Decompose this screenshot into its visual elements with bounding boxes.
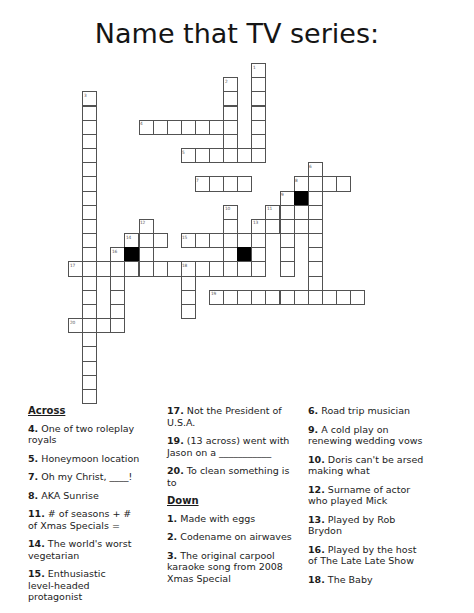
grid-cell[interactable]	[82, 233, 97, 248]
grid-cell[interactable]	[110, 318, 125, 333]
clue-text: Codename on airwaves	[177, 531, 292, 542]
grid-cell[interactable]	[308, 276, 323, 291]
cell-number: 6	[309, 164, 311, 168]
grid-cell[interactable]	[82, 332, 97, 347]
grid-cell[interactable]	[223, 106, 238, 121]
cell-number: 2	[225, 79, 227, 83]
grid-cell[interactable]	[223, 290, 238, 305]
grid-cell[interactable]	[223, 91, 238, 106]
clue-column-3: 6. Road trip musician9. A cold play on r…	[308, 405, 426, 592]
grid-cell[interactable]	[280, 219, 295, 234]
cell-number: 15	[182, 235, 187, 239]
puzzle-title: Name that TV series:	[0, 16, 474, 52]
grid-cell[interactable]	[82, 106, 97, 121]
grid-cell[interactable]	[82, 134, 97, 149]
grid-cell[interactable]	[82, 361, 97, 376]
grid-cell[interactable]	[82, 148, 97, 163]
grid-cell[interactable]	[195, 120, 210, 135]
clue-text: Road trip musician	[318, 405, 410, 416]
grid-cell[interactable]	[209, 176, 224, 191]
grid-cell[interactable]	[82, 176, 97, 191]
cell-number: 18	[182, 263, 187, 267]
cell-number: 4	[140, 121, 142, 125]
cell-number: 10	[225, 206, 230, 210]
grid-cell[interactable]	[195, 261, 210, 276]
grid-cell[interactable]	[96, 318, 111, 333]
black-cell	[294, 191, 309, 206]
clue-number: 4.	[28, 423, 38, 434]
grid-cell[interactable]	[280, 205, 295, 220]
grid-cell[interactable]	[181, 120, 196, 135]
clue-text: Not the President of U.S.A.	[167, 405, 282, 428]
clue-5: 5. Honeymoon location	[28, 453, 140, 465]
clue-9: 9. A cold play on renewing wedding vows	[308, 424, 426, 447]
clue-4: 4. One of two roleplay royals	[28, 423, 140, 446]
clue-text: (13 across) went with Jason on a _______…	[167, 435, 289, 458]
cell-number: 1	[253, 65, 255, 69]
clue-number: 6.	[308, 405, 318, 416]
clue-17: 17. Not the President of U.S.A.	[167, 405, 293, 428]
grid-cell[interactable]	[251, 91, 266, 106]
clue-text: A cold play on renewing wedding vows	[308, 424, 422, 447]
grid-cell[interactable]	[82, 290, 97, 305]
grid-cell[interactable]	[251, 233, 266, 248]
grid-cell[interactable]	[251, 120, 266, 135]
clue-11: 11. # of seasons + # of Xmas Specials =	[28, 508, 140, 531]
clue-18: 18. The Baby	[308, 574, 426, 586]
grid-cell[interactable]	[322, 176, 337, 191]
cell-number: 9	[281, 192, 283, 196]
grid-cell[interactable]	[251, 261, 266, 276]
clue-text: The Baby	[325, 574, 373, 585]
grid-cell[interactable]	[336, 290, 351, 305]
grid-cell[interactable]	[308, 233, 323, 248]
clue-column-2: 17. Not the President of U.S.A.19. (13 a…	[167, 405, 293, 591]
grid-cell[interactable]	[223, 261, 238, 276]
black-cell	[237, 247, 252, 262]
grid-cell[interactable]	[195, 148, 210, 163]
clue-12: 12. Surname of actor who played Mick	[308, 484, 426, 507]
grid-cell[interactable]	[251, 290, 266, 305]
grid-cell[interactable]	[153, 261, 168, 276]
clue-6: 6. Road trip musician	[308, 405, 426, 417]
grid-cell[interactable]	[237, 290, 252, 305]
crossword-grid: 1234567891011121314151617181920	[68, 63, 366, 404]
grid-cell[interactable]	[110, 304, 125, 319]
clue-number: 11.	[28, 508, 45, 519]
grid-cell[interactable]	[223, 176, 238, 191]
grid-cell[interactable]	[237, 176, 252, 191]
clue-number: 10.	[308, 454, 325, 465]
grid-cell[interactable]	[251, 148, 266, 163]
clue-19: 19. (13 across) went with Jason on a ___…	[167, 435, 293, 458]
cell-number: 13	[253, 220, 258, 224]
clue-number: 14.	[28, 538, 45, 549]
clue-13: 13. Played by Rob Brydon	[308, 514, 426, 537]
clue-15: 15. Enthusiastic level‑headed protagonis…	[28, 568, 140, 603]
cell-number: 11	[267, 206, 272, 210]
clue-8: 8. AKA Sunrise	[28, 490, 140, 502]
clue-number: 20.	[167, 465, 184, 476]
grid-cell[interactable]	[181, 276, 196, 291]
grid-cell[interactable]	[181, 304, 196, 319]
clue-text: One of two roleplay royals	[28, 423, 134, 446]
grid-cell[interactable]	[82, 162, 97, 177]
clue-2: 2. Codename on airwaves	[167, 531, 293, 543]
clue-20: 20. To clean something is to	[167, 465, 293, 488]
grid-cell[interactable]	[223, 233, 238, 248]
grid-cell[interactable]	[308, 261, 323, 276]
grid-cell[interactable]	[209, 233, 224, 248]
clue-3: 3. The original carpool karaoke song fro…	[167, 550, 293, 585]
clue-text: Honeymoon location	[38, 453, 139, 464]
grid-cell[interactable]	[82, 219, 97, 234]
page: Name that TV series: 1234567891011121314…	[0, 0, 474, 613]
clue-number: 7.	[28, 471, 38, 482]
grid-cell[interactable]	[308, 205, 323, 220]
grid-cell[interactable]	[223, 120, 238, 135]
grid-cell[interactable]	[308, 219, 323, 234]
clue-number: 2.	[167, 531, 177, 542]
clue-number: 16.	[308, 544, 325, 555]
clue-text: The original carpool karaoke song from 2…	[167, 550, 283, 584]
grid-cell[interactable]	[195, 233, 210, 248]
grid-cell[interactable]	[350, 290, 365, 305]
clue-number: 5.	[28, 453, 38, 464]
grid-cell[interactable]	[82, 120, 97, 135]
grid-cell[interactable]	[82, 205, 97, 220]
grid-cell[interactable]	[294, 205, 309, 220]
clue-number: 9.	[308, 424, 318, 435]
grid-cell[interactable]	[110, 261, 125, 276]
grid-cell[interactable]	[280, 290, 295, 305]
cell-number: 20	[70, 320, 75, 324]
grid-cell[interactable]	[167, 261, 182, 276]
grid-cell[interactable]	[251, 134, 266, 149]
grid-cell[interactable]	[181, 290, 196, 305]
grid-cell[interactable]	[209, 148, 224, 163]
grid-cell[interactable]	[322, 290, 337, 305]
grid-cell[interactable]	[336, 176, 351, 191]
clue-number: 15.	[28, 568, 45, 579]
grid-cell[interactable]	[96, 261, 111, 276]
clue-text: Made with eggs	[177, 513, 255, 524]
clue-list-header: Across	[28, 405, 140, 417]
grid-cell[interactable]	[82, 304, 97, 319]
grid-cell[interactable]	[237, 233, 252, 248]
cell-number: 5	[182, 150, 184, 154]
grid-cell[interactable]	[294, 290, 309, 305]
grid-cell[interactable]	[82, 191, 97, 206]
cell-number: 16	[112, 249, 117, 253]
clue-column-1: Across4. One of two roleplay royals5. Ho…	[28, 405, 140, 610]
grid-cell[interactable]	[251, 247, 266, 262]
grid-cell[interactable]	[251, 77, 266, 92]
grid-cell[interactable]	[223, 134, 238, 149]
grid-cell[interactable]	[82, 261, 97, 276]
grid-cell[interactable]	[110, 276, 125, 291]
cell-number: 14	[126, 235, 131, 239]
grid-cell[interactable]	[82, 346, 97, 361]
grid-cell[interactable]	[153, 120, 168, 135]
grid-cell[interactable]	[223, 247, 238, 262]
grid-cell[interactable]	[223, 219, 238, 234]
grid-cell[interactable]	[209, 120, 224, 135]
clue-14: 14. The world's worst vegetarian	[28, 538, 140, 561]
grid-cell[interactable]	[280, 233, 295, 248]
grid-cell[interactable]	[139, 233, 154, 248]
grid-cell[interactable]	[308, 247, 323, 262]
black-cell	[124, 247, 139, 262]
grid-cell[interactable]	[209, 261, 224, 276]
clue-number: 18.	[308, 574, 325, 585]
grid-cell[interactable]	[82, 276, 97, 291]
grid-cell[interactable]	[82, 375, 97, 390]
clue-1: 1. Made with eggs	[167, 513, 293, 525]
grid-cell[interactable]	[308, 176, 323, 191]
grid-cell[interactable]	[82, 247, 97, 262]
clue-16: 16. Played by the host of The Late Late …	[308, 544, 426, 567]
grid-cell[interactable]	[265, 219, 280, 234]
clue-10: 10. Doris can't be arsed making what	[308, 454, 426, 477]
grid-cell[interactable]	[280, 247, 295, 262]
clue-number: 8.	[28, 490, 38, 501]
cell-number: 12	[140, 220, 145, 224]
grid-cell[interactable]	[124, 261, 139, 276]
grid-cell[interactable]	[251, 106, 266, 121]
clue-text: To clean something is to	[167, 465, 289, 488]
grid-cell[interactable]	[237, 261, 252, 276]
grid-cell[interactable]	[308, 191, 323, 206]
cell-number: 17	[70, 263, 75, 267]
clue-number: 1.	[167, 513, 177, 524]
clue-7: 7. Oh my Christ, ____!	[28, 471, 140, 483]
clue-text: Played by the host of The Late Late Show	[308, 544, 416, 567]
grid-cell[interactable]	[237, 148, 252, 163]
grid-cell[interactable]	[265, 290, 280, 305]
clue-text: AKA Sunrise	[38, 490, 99, 501]
cell-number: 8	[295, 178, 297, 182]
cell-number: 19	[211, 291, 216, 295]
grid-cell[interactable]	[280, 261, 295, 276]
clue-list-header: Down	[167, 495, 293, 507]
cell-number: 3	[84, 93, 86, 97]
grid-cell[interactable]	[308, 290, 323, 305]
clue-number: 19.	[167, 435, 184, 446]
grid-cell[interactable]	[294, 219, 309, 234]
grid-cell[interactable]	[139, 261, 154, 276]
clue-number: 12.	[308, 484, 325, 495]
clue-text: Oh my Christ, ____!	[38, 471, 132, 482]
clue-number: 13.	[308, 514, 325, 525]
clue-text: Doris can't be arsed making what	[308, 454, 423, 477]
grid-cell[interactable]	[139, 247, 154, 262]
grid-cell[interactable]	[167, 120, 182, 135]
grid-cell[interactable]	[153, 233, 168, 248]
grid-cell[interactable]	[110, 290, 125, 305]
clue-number: 17.	[167, 405, 184, 416]
grid-cell[interactable]	[82, 318, 97, 333]
grid-cell[interactable]	[82, 389, 97, 404]
grid-cell[interactable]	[223, 148, 238, 163]
clue-number: 3.	[167, 550, 177, 561]
